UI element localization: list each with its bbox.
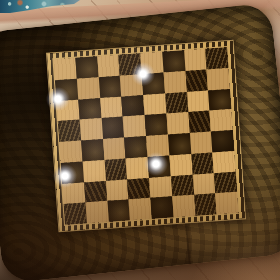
light-reflection-1 xyxy=(46,87,70,111)
light-reflection-4 xyxy=(53,164,77,188)
floor-shadow-overlay xyxy=(0,0,280,280)
light-reflection-2 xyxy=(131,62,155,86)
light-reflection-3 xyxy=(144,152,168,176)
scene-photo xyxy=(0,0,280,280)
